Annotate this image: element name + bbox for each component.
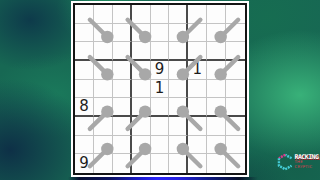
logo-sub-label: THE CRYPTIC: [295, 160, 320, 170]
cell-r2c7[interactable]: [188, 24, 207, 43]
cell-r9c4[interactable]: [132, 154, 151, 173]
board-frame: 91189: [71, 1, 249, 177]
cell-r3c3[interactable]: [113, 42, 132, 61]
cell-r7c4[interactable]: [132, 117, 151, 136]
cell-r3c1[interactable]: [75, 42, 94, 61]
cell-r3c4[interactable]: [132, 42, 151, 61]
sudoku-grid: 91189: [75, 5, 245, 173]
cell-r8c8[interactable]: [207, 136, 226, 155]
cell-r3c6[interactable]: [169, 42, 188, 61]
cell-r4c5[interactable]: 9: [151, 61, 170, 80]
cell-r5c3[interactable]: [113, 80, 132, 99]
cell-r9c2[interactable]: [94, 154, 113, 173]
cell-r2c3[interactable]: [113, 24, 132, 43]
cell-r1c8[interactable]: [207, 5, 226, 24]
hexagon-c-icon: [277, 152, 294, 172]
cell-r4c1[interactable]: [75, 61, 94, 80]
cell-r2c1[interactable]: [75, 24, 94, 43]
cell-r5c6[interactable]: [169, 80, 188, 99]
cell-r5c2[interactable]: [94, 80, 113, 99]
cell-r7c1[interactable]: [75, 117, 94, 136]
cell-r3c9[interactable]: [226, 42, 245, 61]
cell-r8c6[interactable]: [169, 136, 188, 155]
board: 91189: [73, 3, 247, 175]
cell-r1c6[interactable]: [169, 5, 188, 24]
cell-r8c7[interactable]: [188, 136, 207, 155]
cell-r6c3[interactable]: [113, 98, 132, 117]
cell-r4c2[interactable]: [94, 61, 113, 80]
logo-text: RACKING THE CRYPTIC: [295, 154, 320, 170]
cell-r7c6[interactable]: [169, 117, 188, 136]
cell-r2c4[interactable]: [132, 24, 151, 43]
cell-r5c8[interactable]: [207, 80, 226, 99]
cell-r4c8[interactable]: [207, 61, 226, 80]
cell-r8c1[interactable]: [75, 136, 94, 155]
cell-r9c6[interactable]: [169, 154, 188, 173]
cell-r5c7[interactable]: [188, 80, 207, 99]
cell-r6c2[interactable]: [94, 98, 113, 117]
cell-r4c4[interactable]: [132, 61, 151, 80]
cell-r6c7[interactable]: [188, 98, 207, 117]
cell-r7c9[interactable]: [226, 117, 245, 136]
cell-r1c2[interactable]: [94, 5, 113, 24]
cell-r6c1[interactable]: 8: [75, 98, 94, 117]
cell-r9c3[interactable]: [113, 154, 132, 173]
cell-r2c5[interactable]: [151, 24, 170, 43]
cell-r7c5[interactable]: [151, 117, 170, 136]
cell-r9c5[interactable]: [151, 154, 170, 173]
cell-r4c3[interactable]: [113, 61, 132, 80]
cell-r7c3[interactable]: [113, 117, 132, 136]
cell-r4c9[interactable]: [226, 61, 245, 80]
cell-r8c2[interactable]: [94, 136, 113, 155]
cell-r3c7[interactable]: [188, 42, 207, 61]
video-frame: 91189 RACKING THE CRYPTIC: [0, 0, 320, 180]
cell-r3c2[interactable]: [94, 42, 113, 61]
cell-r3c8[interactable]: [207, 42, 226, 61]
cell-r6c5[interactable]: [151, 98, 170, 117]
cell-r1c4[interactable]: [132, 5, 151, 24]
cell-r4c7[interactable]: 1: [188, 61, 207, 80]
cell-r6c4[interactable]: [132, 98, 151, 117]
cell-r8c9[interactable]: [226, 136, 245, 155]
cell-r1c9[interactable]: [226, 5, 245, 24]
cell-r1c3[interactable]: [113, 5, 132, 24]
cell-r2c9[interactable]: [226, 24, 245, 43]
video-progress-glow: [68, 177, 258, 180]
cell-r5c1[interactable]: [75, 80, 94, 99]
cell-r7c8[interactable]: [207, 117, 226, 136]
cell-r9c8[interactable]: [207, 154, 226, 173]
cell-r8c5[interactable]: [151, 136, 170, 155]
cell-r7c7[interactable]: [188, 117, 207, 136]
cell-r1c7[interactable]: [188, 5, 207, 24]
cell-r5c5[interactable]: 1: [151, 80, 170, 99]
cell-r8c4[interactable]: [132, 136, 151, 155]
cell-r2c2[interactable]: [94, 24, 113, 43]
cell-r2c8[interactable]: [207, 24, 226, 43]
cell-r5c4[interactable]: [132, 80, 151, 99]
cell-r2c6[interactable]: [169, 24, 188, 43]
cell-r1c5[interactable]: [151, 5, 170, 24]
cell-r5c9[interactable]: [226, 80, 245, 99]
cracking-the-cryptic-logo[interactable]: RACKING THE CRYPTIC: [277, 152, 320, 172]
cell-r1c1[interactable]: [75, 5, 94, 24]
cell-r9c9[interactable]: [226, 154, 245, 173]
cell-r9c1[interactable]: 9: [75, 154, 94, 173]
cell-r6c9[interactable]: [226, 98, 245, 117]
cell-r6c6[interactable]: [169, 98, 188, 117]
cell-r6c8[interactable]: [207, 98, 226, 117]
cell-r3c5[interactable]: [151, 42, 170, 61]
cell-r9c7[interactable]: [188, 154, 207, 173]
cell-r8c3[interactable]: [113, 136, 132, 155]
cell-r4c6[interactable]: [169, 61, 188, 80]
cell-r7c2[interactable]: [94, 117, 113, 136]
